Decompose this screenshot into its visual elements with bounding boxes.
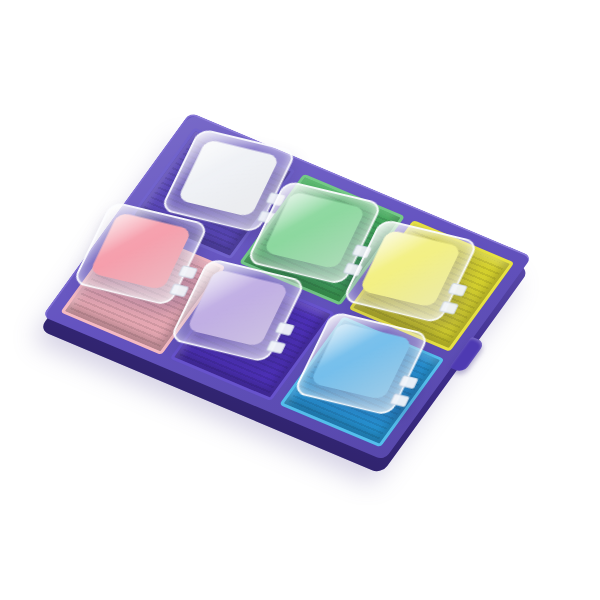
product-photo bbox=[0, 0, 600, 600]
organizer-tray bbox=[42, 112, 532, 460]
tray-top-face bbox=[42, 112, 532, 460]
